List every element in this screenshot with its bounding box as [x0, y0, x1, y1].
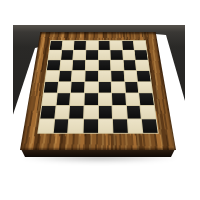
board-square[interactable]: [86, 50, 98, 59]
board-square[interactable]: [122, 41, 134, 50]
board-square[interactable]: [128, 119, 143, 132]
board-square[interactable]: [113, 119, 128, 132]
board-square[interactable]: [126, 94, 140, 106]
board-frame: [20, 32, 176, 150]
board-square[interactable]: [136, 60, 149, 70]
board-square[interactable]: [84, 106, 98, 119]
board-square[interactable]: [60, 60, 73, 70]
board-square[interactable]: [40, 106, 55, 119]
board-square[interactable]: [98, 71, 110, 81]
board-square[interactable]: [124, 71, 137, 81]
board-square[interactable]: [98, 82, 111, 93]
board-square[interactable]: [72, 71, 85, 81]
board-square[interactable]: [138, 82, 152, 93]
board-square[interactable]: [141, 106, 156, 119]
board-square[interactable]: [84, 94, 97, 106]
board-square[interactable]: [98, 106, 112, 119]
board-square[interactable]: [57, 82, 71, 93]
board-side-edge: [20, 149, 176, 157]
product-photo: [0, 0, 200, 200]
board-square[interactable]: [86, 41, 97, 50]
board-square[interactable]: [135, 50, 148, 59]
board-square[interactable]: [142, 119, 157, 132]
board-square[interactable]: [44, 82, 58, 93]
board-square[interactable]: [53, 119, 68, 132]
board-square[interactable]: [48, 50, 61, 59]
board-square[interactable]: [85, 71, 97, 81]
board-square[interactable]: [69, 106, 83, 119]
board-square[interactable]: [74, 41, 86, 50]
board-square[interactable]: [98, 50, 110, 59]
board-square[interactable]: [73, 50, 85, 59]
board-square[interactable]: [86, 60, 98, 70]
board-square[interactable]: [98, 94, 111, 106]
board-square[interactable]: [123, 60, 136, 70]
board-square[interactable]: [112, 82, 125, 93]
board-square[interactable]: [139, 94, 153, 106]
board-square[interactable]: [85, 82, 98, 93]
board-square[interactable]: [62, 41, 74, 50]
board-square[interactable]: [125, 82, 139, 93]
chess-board: [20, 32, 176, 150]
board-square[interactable]: [56, 94, 70, 106]
board-square[interactable]: [45, 71, 58, 81]
board-square[interactable]: [110, 41, 122, 50]
board-square[interactable]: [50, 41, 62, 50]
board-square[interactable]: [137, 71, 150, 81]
board-square[interactable]: [98, 60, 110, 70]
board-square[interactable]: [98, 119, 112, 132]
board-square[interactable]: [134, 41, 146, 50]
board-square[interactable]: [73, 60, 85, 70]
board-square[interactable]: [113, 106, 127, 119]
board-grid: [37, 40, 158, 133]
board-square[interactable]: [59, 71, 72, 81]
board-square[interactable]: [70, 94, 84, 106]
board-square[interactable]: [42, 94, 56, 106]
board-square[interactable]: [38, 119, 53, 132]
board-square[interactable]: [71, 82, 84, 93]
board-square[interactable]: [127, 106, 141, 119]
board-square[interactable]: [112, 94, 126, 106]
board-square[interactable]: [98, 41, 109, 50]
board-square[interactable]: [61, 50, 73, 59]
board-square[interactable]: [111, 60, 123, 70]
board-square[interactable]: [111, 71, 124, 81]
board-square[interactable]: [123, 50, 135, 59]
board-square[interactable]: [83, 119, 97, 132]
board-square[interactable]: [68, 119, 83, 132]
board-square[interactable]: [111, 50, 123, 59]
board-square[interactable]: [47, 60, 60, 70]
board-square[interactable]: [55, 106, 69, 119]
